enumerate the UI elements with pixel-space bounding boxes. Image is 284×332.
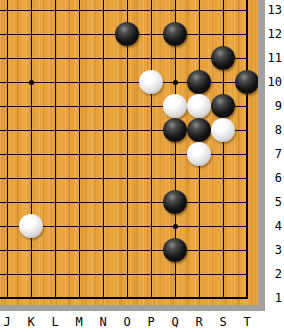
row-label-10: 10 — [265, 74, 284, 90]
black-stone-S11 — [211, 46, 235, 70]
row-label-4: 4 — [265, 218, 284, 234]
grid-line-row-13 — [0, 10, 248, 11]
col-label-O: O — [119, 313, 135, 331]
grid-line-row-6 — [0, 178, 248, 179]
black-stone-Q12 — [163, 22, 187, 46]
row-label-13: 13 — [265, 2, 284, 18]
star-point-Q10 — [173, 80, 178, 85]
black-stone-S9 — [211, 94, 235, 118]
row-label-5: 5 — [265, 194, 284, 210]
col-label-N: N — [95, 313, 111, 331]
black-stone-Q5 — [163, 190, 187, 214]
row-label-7: 7 — [265, 146, 284, 162]
board-shadow-bottom — [0, 305, 265, 311]
black-stone-Q8 — [163, 118, 187, 142]
row-label-2: 2 — [265, 266, 284, 282]
grid-line-col-T — [246, 0, 248, 299]
star-point-K10 — [29, 80, 34, 85]
col-label-P: P — [143, 313, 159, 331]
go-board[interactable] — [0, 0, 258, 305]
col-label-K: K — [23, 313, 39, 331]
white-stone-R9 — [187, 94, 211, 118]
row-label-9: 9 — [265, 98, 284, 114]
row-label-11: 11 — [265, 50, 284, 66]
star-point-Q4 — [173, 224, 178, 229]
col-label-T: T — [239, 313, 255, 331]
white-stone-R7 — [187, 142, 211, 166]
white-stone-Q9 — [163, 94, 187, 118]
white-stone-S8 — [211, 118, 235, 142]
white-stone-K4 — [19, 214, 43, 238]
grid-line-row-3 — [0, 250, 248, 251]
grid-line-col-J — [7, 0, 8, 299]
black-stone-R8 — [187, 118, 211, 142]
grid-line-col-L — [55, 0, 56, 299]
grid-line-row-2 — [0, 274, 248, 275]
grid-line-row-1 — [0, 297, 248, 299]
col-label-S: S — [215, 313, 231, 331]
col-label-L: L — [47, 313, 63, 331]
grid-line-col-M — [79, 0, 80, 299]
row-label-12: 12 — [265, 26, 284, 42]
grid-line-col-S — [223, 0, 224, 299]
row-label-1: 1 — [265, 290, 284, 306]
grid-line-col-K — [31, 0, 32, 299]
black-stone-T10 — [235, 70, 259, 94]
go-diagram: 13121110987654321 JKLMNOPQRST — [0, 0, 284, 332]
grid-line-col-P — [151, 0, 152, 299]
row-label-3: 3 — [265, 242, 284, 258]
black-stone-Q3 — [163, 238, 187, 262]
black-stone-R10 — [187, 70, 211, 94]
grid-line-row-5 — [0, 202, 248, 203]
col-label-J: J — [0, 313, 15, 331]
row-label-6: 6 — [265, 170, 284, 186]
row-label-8: 8 — [265, 122, 284, 138]
white-stone-P10 — [139, 70, 163, 94]
board-shadow-right — [258, 0, 265, 311]
black-stone-O12 — [115, 22, 139, 46]
grid-line-col-N — [103, 0, 104, 299]
col-label-M: M — [71, 313, 87, 331]
col-label-R: R — [191, 313, 207, 331]
col-label-Q: Q — [167, 313, 183, 331]
